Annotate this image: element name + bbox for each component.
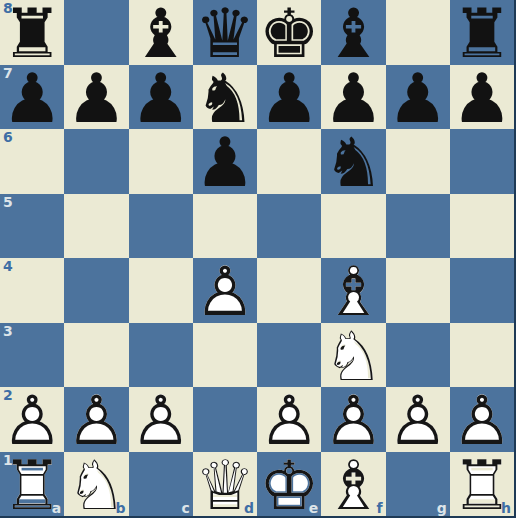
piece-black-pawn[interactable]: ♟ xyxy=(450,65,514,130)
square-b1[interactable]: ♞♘b xyxy=(64,452,128,517)
square-h6[interactable] xyxy=(450,129,514,194)
square-f4[interactable]: ♝♗ xyxy=(321,258,385,323)
square-b7[interactable]: ♟ xyxy=(64,65,128,130)
pawn-outline-glyph: ♙ xyxy=(451,387,512,455)
square-b2[interactable]: ♟♙ xyxy=(64,387,128,452)
pawn-outline-glyph: ♙ xyxy=(66,387,127,455)
square-c1[interactable]: c xyxy=(129,452,193,517)
square-f5[interactable] xyxy=(321,194,385,259)
pawn-outline-glyph: ♙ xyxy=(259,387,320,455)
piece-black-king[interactable]: ♚ xyxy=(257,0,321,65)
rank-label-5: 5 xyxy=(3,195,13,210)
square-b6[interactable] xyxy=(64,129,128,194)
piece-black-queen[interactable]: ♛ xyxy=(193,0,257,65)
square-a1[interactable]: ♜♖1a xyxy=(0,452,64,517)
square-h3[interactable] xyxy=(450,323,514,388)
square-b8[interactable] xyxy=(64,0,128,65)
piece-black-bishop[interactable]: ♝ xyxy=(129,0,193,65)
piece-black-pawn[interactable]: ♟ xyxy=(193,129,257,194)
square-h2[interactable]: ♟♙ xyxy=(450,387,514,452)
piece-black-bishop[interactable]: ♝ xyxy=(321,0,385,65)
rank-label-4: 4 xyxy=(3,259,13,274)
piece-white-pawn[interactable]: ♟♙ xyxy=(257,387,321,452)
piece-black-knight[interactable]: ♞ xyxy=(321,129,385,194)
file-label-e: e xyxy=(309,501,319,515)
square-g8[interactable] xyxy=(386,0,450,65)
piece-white-pawn[interactable]: ♟♙ xyxy=(193,258,257,323)
file-label-a: a xyxy=(52,501,61,515)
square-a7[interactable]: ♟7 xyxy=(0,65,64,130)
square-h7[interactable]: ♟ xyxy=(450,65,514,130)
bishop-outline-glyph: ♗ xyxy=(323,258,384,326)
square-c6[interactable] xyxy=(129,129,193,194)
square-e5[interactable] xyxy=(257,194,321,259)
square-d8[interactable]: ♛ xyxy=(193,0,257,65)
rank-label-6: 6 xyxy=(3,130,13,145)
pawn-outline-glyph: ♙ xyxy=(130,387,191,455)
square-a5[interactable]: 5 xyxy=(0,194,64,259)
square-c7[interactable]: ♟ xyxy=(129,65,193,130)
square-g3[interactable] xyxy=(386,323,450,388)
rank-label-2: 2 xyxy=(3,388,13,403)
piece-white-pawn[interactable]: ♟♙ xyxy=(386,387,450,452)
piece-white-pawn[interactable]: ♟♙ xyxy=(450,387,514,452)
square-f6[interactable]: ♞ xyxy=(321,129,385,194)
square-d7[interactable]: ♞ xyxy=(193,65,257,130)
square-e2[interactable]: ♟♙ xyxy=(257,387,321,452)
rank-label-3: 3 xyxy=(3,324,13,339)
square-e3[interactable] xyxy=(257,323,321,388)
square-c8[interactable]: ♝ xyxy=(129,0,193,65)
piece-white-knight[interactable]: ♞♘ xyxy=(321,323,385,388)
piece-white-pawn[interactable]: ♟♙ xyxy=(64,387,128,452)
square-c4[interactable] xyxy=(129,258,193,323)
file-label-g: g xyxy=(437,501,447,515)
square-e4[interactable] xyxy=(257,258,321,323)
square-g5[interactable] xyxy=(386,194,450,259)
square-h8[interactable]: ♜ xyxy=(450,0,514,65)
square-c3[interactable] xyxy=(129,323,193,388)
piece-white-pawn[interactable]: ♟♙ xyxy=(129,387,193,452)
square-b3[interactable] xyxy=(64,323,128,388)
square-d1[interactable]: ♛♕d xyxy=(193,452,257,517)
square-g6[interactable] xyxy=(386,129,450,194)
square-a3[interactable]: 3 xyxy=(0,323,64,388)
square-e8[interactable]: ♚ xyxy=(257,0,321,65)
square-g2[interactable]: ♟♙ xyxy=(386,387,450,452)
square-g4[interactable] xyxy=(386,258,450,323)
square-g7[interactable]: ♟ xyxy=(386,65,450,130)
square-c2[interactable]: ♟♙ xyxy=(129,387,193,452)
square-h1[interactable]: ♜♖h xyxy=(450,452,514,517)
square-a2[interactable]: ♟♙2 xyxy=(0,387,64,452)
square-b5[interactable] xyxy=(64,194,128,259)
square-f1[interactable]: ♝♗f xyxy=(321,452,385,517)
square-f8[interactable]: ♝ xyxy=(321,0,385,65)
square-e7[interactable]: ♟ xyxy=(257,65,321,130)
piece-black-pawn[interactable]: ♟ xyxy=(64,65,128,130)
rank-label-7: 7 xyxy=(3,66,13,81)
piece-white-bishop[interactable]: ♝♗ xyxy=(321,258,385,323)
file-label-b: b xyxy=(115,501,125,515)
square-e6[interactable] xyxy=(257,129,321,194)
piece-black-pawn[interactable]: ♟ xyxy=(129,65,193,130)
square-a4[interactable]: 4 xyxy=(0,258,64,323)
piece-black-knight[interactable]: ♞ xyxy=(193,65,257,130)
square-g1[interactable]: g xyxy=(386,452,450,517)
file-label-c: c xyxy=(181,501,189,515)
piece-black-pawn[interactable]: ♟ xyxy=(257,65,321,130)
board-grid: ♜8♝♛♚♝♜♟7♟♟♞♟♟♟♟6♟♞54♟♙♝♗3♞♘♟♙2♟♙♟♙♟♙♟♙♟… xyxy=(0,0,514,516)
square-d3[interactable] xyxy=(193,323,257,388)
file-label-f: f xyxy=(376,501,382,515)
square-f2[interactable]: ♟♙ xyxy=(321,387,385,452)
square-e1[interactable]: ♚♔e xyxy=(257,452,321,517)
piece-white-pawn[interactable]: ♟♙ xyxy=(321,387,385,452)
square-f3[interactable]: ♞♘ xyxy=(321,323,385,388)
piece-black-rook[interactable]: ♜ xyxy=(450,0,514,65)
square-h5[interactable] xyxy=(450,194,514,259)
piece-black-pawn[interactable]: ♟ xyxy=(386,65,450,130)
chess-board: ♜8♝♛♚♝♜♟7♟♟♞♟♟♟♟6♟♞54♟♙♝♗3♞♘♟♙2♟♙♟♙♟♙♟♙♟… xyxy=(0,0,516,518)
rank-label-8: 8 xyxy=(3,1,13,16)
square-d2[interactable] xyxy=(193,387,257,452)
piece-black-pawn[interactable]: ♟ xyxy=(321,65,385,130)
square-c5[interactable] xyxy=(129,194,193,259)
file-label-d: d xyxy=(244,501,254,515)
square-d4[interactable]: ♟♙ xyxy=(193,258,257,323)
square-d5[interactable] xyxy=(193,194,257,259)
bishop-outline-glyph: ♗ xyxy=(323,452,384,518)
rank-label-1: 1 xyxy=(3,453,13,468)
file-label-h: h xyxy=(501,501,511,515)
square-f7[interactable]: ♟ xyxy=(321,65,385,130)
square-h4[interactable] xyxy=(450,258,514,323)
pawn-outline-glyph: ♙ xyxy=(387,387,448,455)
square-d6[interactable]: ♟ xyxy=(193,129,257,194)
square-a8[interactable]: ♜8 xyxy=(0,0,64,65)
square-b4[interactable] xyxy=(64,258,128,323)
pawn-outline-glyph: ♙ xyxy=(194,258,255,326)
square-a6[interactable]: 6 xyxy=(0,129,64,194)
pawn-outline-glyph: ♙ xyxy=(323,387,384,455)
